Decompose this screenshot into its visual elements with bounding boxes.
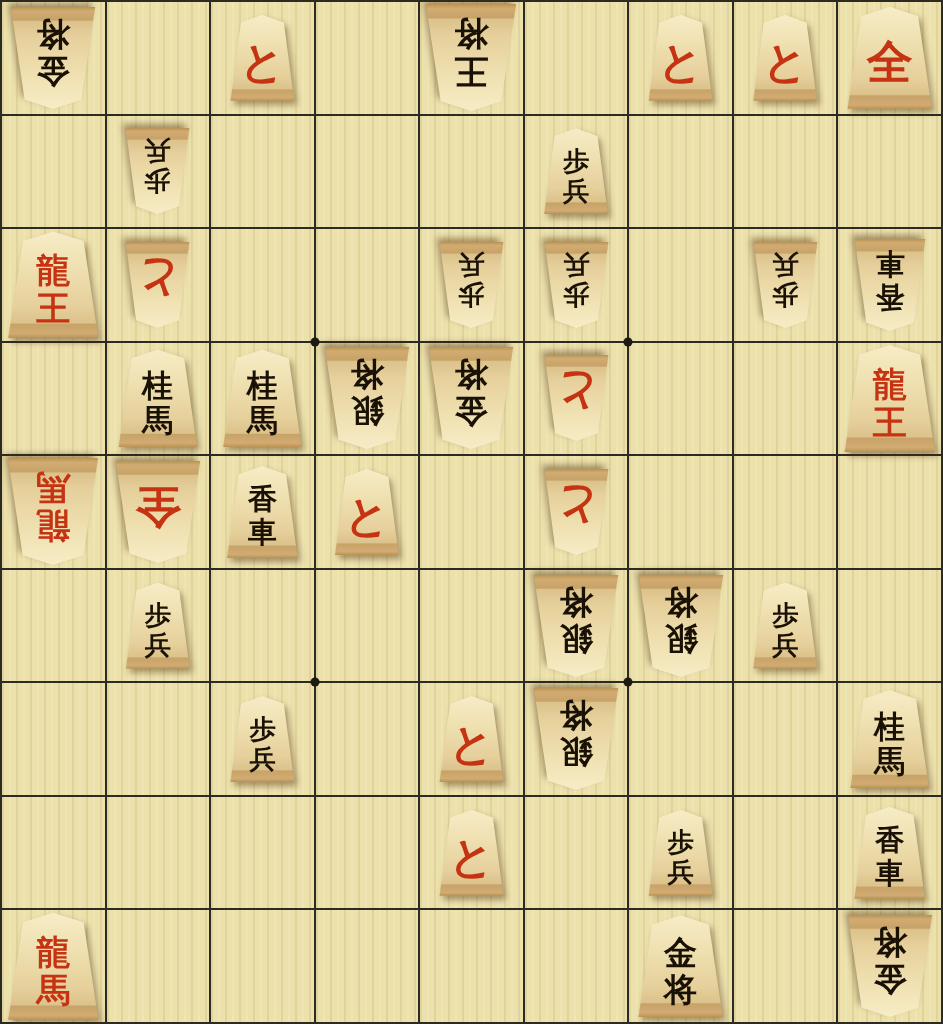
piece-kanji: 馬 (36, 469, 70, 507)
board-square[interactable] (734, 343, 837, 455)
piece-kanji: 馬 (36, 971, 70, 1009)
piece-kanji: 兵 (772, 250, 798, 280)
piece-face: 龍王 (7, 231, 99, 338)
piece-face: 全 (115, 461, 201, 563)
piece-face: 歩兵 (230, 696, 295, 782)
star-point (310, 678, 319, 687)
piece-face: と (125, 242, 190, 328)
piece-kanji: 金 (37, 53, 70, 90)
piece-kanji: 歩 (772, 280, 798, 310)
star-point (623, 678, 632, 687)
piece-face: 歩兵 (439, 242, 504, 328)
board-square[interactable] (316, 570, 419, 682)
piece-kanji: 龍 (36, 251, 70, 289)
piece-kanji: 将 (454, 15, 488, 53)
piece-face: 龍馬 (7, 458, 99, 565)
shogi-app: 金将と王将とと全歩兵歩兵龍王と歩兵歩兵歩兵香車桂馬桂馬銀将金将と龍王龍馬全香車と… (0, 0, 943, 1024)
piece-kanji: 車 (875, 857, 904, 890)
board-square[interactable] (316, 116, 419, 228)
piece-kanji: 金 (455, 394, 488, 431)
piece-kanji: 兵 (563, 176, 589, 206)
piece-face: と (544, 469, 609, 555)
piece-gote-silver[interactable]: 銀将 (324, 347, 410, 449)
piece-kanji: と (554, 370, 599, 418)
board-square[interactable]: 銀将 (525, 570, 628, 682)
piece-face: と (439, 696, 504, 782)
piece-face: 銀将 (533, 688, 619, 790)
piece-face: 金将 (428, 347, 514, 449)
piece-kanji: 兵 (668, 857, 694, 887)
piece-kanji: 兵 (249, 744, 275, 774)
piece-sente-dragon-horse[interactable]: 龍馬 (7, 913, 99, 1020)
piece-kanji: 金 (873, 962, 906, 999)
piece-kanji: 兵 (145, 630, 171, 660)
piece-sente-tokin[interactable]: と (230, 15, 295, 101)
board-square[interactable]: 桂馬 (211, 343, 314, 455)
piece-kanji: 龍 (873, 365, 907, 403)
piece-kanji: 龍 (36, 933, 70, 971)
piece-face: 金将 (638, 915, 724, 1017)
piece-face: 金将 (847, 915, 933, 1017)
board-square[interactable] (629, 343, 732, 455)
board-square[interactable]: 龍王 (2, 229, 105, 341)
piece-sente-pawn[interactable]: 歩兵 (230, 696, 295, 782)
piece-gote-tokin[interactable]: と (544, 469, 609, 555)
piece-kanji: 将 (873, 925, 906, 962)
board-square[interactable] (211, 797, 314, 909)
piece-kanji: 桂 (874, 709, 905, 744)
piece-gote-pawn[interactable]: 歩兵 (544, 242, 609, 328)
piece-kanji: 歩 (249, 714, 275, 744)
board-square[interactable] (107, 683, 210, 795)
board-square[interactable] (211, 570, 314, 682)
piece-sente-tokin[interactable]: と (334, 469, 399, 555)
piece-gote-gold[interactable]: 金将 (847, 915, 933, 1017)
piece-kanji: 桂 (247, 368, 278, 403)
board-square[interactable]: 歩兵 (734, 229, 837, 341)
piece-kanji: 王 (873, 403, 907, 441)
piece-face: と (334, 469, 399, 555)
piece-kanji: と (449, 720, 494, 768)
star-point (623, 338, 632, 347)
piece-kanji: 歩 (772, 600, 798, 630)
board-square[interactable] (107, 2, 210, 114)
piece-face: 銀将 (533, 575, 619, 677)
piece-sente-dragon-king[interactable]: 龍王 (844, 345, 936, 452)
board-square[interactable]: と (107, 229, 210, 341)
board-square[interactable] (629, 456, 732, 568)
piece-kanji: 銀 (664, 621, 697, 658)
board-square[interactable] (316, 910, 419, 1022)
board-square[interactable]: 桂馬 (838, 683, 941, 795)
piece-kanji: 全 (135, 482, 181, 532)
board-square[interactable]: と (525, 456, 628, 568)
piece-gote-gold[interactable]: 金将 (10, 7, 96, 109)
board-square[interactable] (2, 343, 105, 455)
piece-sente-lance[interactable]: 香車 (854, 807, 926, 899)
piece-kanji: 将 (455, 357, 488, 394)
board-square[interactable]: 金将 (2, 2, 105, 114)
piece-face: 香車 (226, 466, 298, 558)
piece-face: 歩兵 (753, 583, 818, 669)
board-square[interactable]: 香車 (211, 456, 314, 568)
piece-kanji: 歩 (668, 827, 694, 857)
board-square[interactable]: 歩兵 (629, 797, 732, 909)
piece-kanji: 車 (875, 247, 904, 280)
piece-kanji: 金 (664, 934, 697, 971)
board-square[interactable]: 全 (107, 456, 210, 568)
piece-kanji: 桂 (142, 368, 173, 403)
board-square[interactable]: 桂馬 (107, 343, 210, 455)
board-square[interactable]: 歩兵 (525, 116, 628, 228)
piece-sente-knight[interactable]: 桂馬 (850, 690, 930, 788)
board-square[interactable]: 金将 (420, 343, 523, 455)
board-square[interactable]: 歩兵 (734, 570, 837, 682)
piece-face: 銀将 (638, 575, 724, 677)
board-square[interactable] (2, 683, 105, 795)
piece-face: 銀将 (324, 347, 410, 449)
board-square[interactable] (2, 116, 105, 228)
board-square[interactable] (316, 229, 419, 341)
piece-face: 金将 (10, 7, 96, 109)
piece-gote-king[interactable]: 王将 (425, 4, 517, 111)
board-square[interactable] (2, 797, 105, 909)
piece-kanji: 兵 (772, 630, 798, 660)
piece-kanji: 馬 (142, 403, 173, 438)
piece-kanji: 兵 (145, 137, 171, 167)
board-square[interactable] (734, 683, 837, 795)
piece-kanji: 王 (454, 53, 488, 91)
board-square[interactable]: 歩兵 (420, 229, 523, 341)
piece-sente-pawn[interactable]: 歩兵 (544, 128, 609, 214)
piece-gote-pawn[interactable]: 歩兵 (125, 128, 190, 214)
board-square[interactable]: 銀将 (525, 683, 628, 795)
piece-sente-gold[interactable]: 金将 (638, 915, 724, 1017)
piece-kanji: 将 (664, 971, 697, 1008)
piece-kanji: 将 (37, 16, 70, 53)
board-square[interactable] (2, 570, 105, 682)
board-square[interactable] (629, 229, 732, 341)
board-square[interactable] (211, 910, 314, 1022)
piece-sente-knight[interactable]: 桂馬 (118, 349, 198, 447)
piece-sente-tokin[interactable]: と (753, 15, 818, 101)
board-square[interactable]: 歩兵 (211, 683, 314, 795)
board-square[interactable] (629, 683, 732, 795)
piece-face: 香車 (854, 239, 926, 331)
piece-face: 龍馬 (7, 913, 99, 1020)
piece-kanji: 香 (875, 824, 904, 857)
board-square[interactable] (734, 116, 837, 228)
piece-face: 歩兵 (544, 128, 609, 214)
piece-face: と (544, 355, 609, 441)
piece-face: 桂馬 (118, 349, 198, 447)
piece-gote-tokin[interactable]: と (125, 242, 190, 328)
board-square[interactable]: 龍馬 (2, 910, 105, 1022)
board-square[interactable] (838, 456, 941, 568)
piece-kanji: 歩 (563, 146, 589, 176)
board-square[interactable]: 銀将 (316, 343, 419, 455)
board-square[interactable]: 龍馬 (2, 456, 105, 568)
board-square[interactable] (420, 116, 523, 228)
board-square[interactable] (420, 456, 523, 568)
board-square[interactable] (211, 229, 314, 341)
piece-kanji: 香 (248, 483, 277, 516)
piece-face: 歩兵 (125, 128, 190, 214)
board-square[interactable] (107, 797, 210, 909)
board-square[interactable]: 歩兵 (107, 570, 210, 682)
piece-gote-tokin[interactable]: と (544, 355, 609, 441)
piece-sente-tokin[interactable]: と (439, 696, 504, 782)
board-square[interactable]: と (734, 2, 837, 114)
board-square[interactable] (525, 910, 628, 1022)
piece-face: と (753, 15, 818, 101)
board-square[interactable] (107, 910, 210, 1022)
piece-kanji: 歩 (563, 280, 589, 310)
piece-kanji: と (240, 38, 285, 86)
board-square[interactable]: と (420, 683, 523, 795)
piece-face: 香車 (854, 807, 926, 899)
piece-sente-pawn[interactable]: 歩兵 (648, 810, 713, 896)
piece-kanji: 馬 (247, 403, 278, 438)
piece-kanji: 王 (36, 289, 70, 327)
piece-gote-gold[interactable]: 金将 (428, 347, 514, 449)
piece-kanji: と (135, 256, 180, 304)
board-square[interactable] (420, 570, 523, 682)
piece-face: 龍王 (844, 345, 936, 452)
piece-face: 歩兵 (544, 242, 609, 328)
board-square[interactable] (525, 2, 628, 114)
board-square[interactable]: と (629, 2, 732, 114)
board-square[interactable]: と (525, 343, 628, 455)
piece-kanji: 銀 (560, 621, 593, 658)
board-square[interactable]: 龍王 (838, 343, 941, 455)
piece-kanji: 将 (560, 584, 593, 621)
piece-kanji: と (449, 833, 494, 881)
piece-sente-lance[interactable]: 香車 (226, 466, 298, 558)
board-square[interactable]: 歩兵 (107, 116, 210, 228)
piece-face: 全 (847, 7, 933, 109)
board-square[interactable] (838, 570, 941, 682)
piece-face: 歩兵 (648, 810, 713, 896)
board-square[interactable]: と (211, 2, 314, 114)
board-square[interactable] (629, 116, 732, 228)
piece-kanji: と (554, 483, 599, 531)
piece-kanji: 銀 (350, 394, 383, 431)
board-square[interactable]: 銀将 (629, 570, 732, 682)
piece-kanji: 銀 (560, 735, 593, 772)
piece-sente-promoted-silver[interactable]: 全 (847, 7, 933, 109)
board-square[interactable]: 金将 (629, 910, 732, 1022)
piece-gote-pawn[interactable]: 歩兵 (439, 242, 504, 328)
piece-kanji: 龍 (36, 507, 70, 545)
piece-sente-tokin[interactable]: と (648, 15, 713, 101)
piece-face: と (439, 810, 504, 896)
shogi-board: 金将と王将とと全歩兵歩兵龍王と歩兵歩兵歩兵香車桂馬桂馬銀将金将と龍王龍馬全香車と… (0, 0, 943, 1024)
board-square[interactable] (525, 797, 628, 909)
board-square[interactable] (211, 116, 314, 228)
piece-kanji: 将 (664, 584, 697, 621)
piece-gote-lance[interactable]: 香車 (854, 239, 926, 331)
board-square[interactable]: 香車 (838, 797, 941, 909)
piece-kanji: 歩 (145, 600, 171, 630)
piece-kanji: 兵 (458, 250, 484, 280)
piece-sente-dragon-king[interactable]: 龍王 (7, 231, 99, 338)
piece-kanji: 歩 (458, 280, 484, 310)
piece-face: 王将 (425, 4, 517, 111)
board-square[interactable]: と (316, 456, 419, 568)
board-square[interactable]: 金将 (838, 910, 941, 1022)
piece-gote-dragon-horse[interactable]: 龍馬 (7, 458, 99, 565)
piece-kanji: と (658, 38, 703, 86)
piece-kanji: 将 (560, 698, 593, 735)
piece-kanji: 歩 (145, 167, 171, 197)
piece-kanji: と (344, 492, 389, 540)
piece-face: と (648, 15, 713, 101)
board-square[interactable] (316, 797, 419, 909)
board-square[interactable] (316, 2, 419, 114)
board-square[interactable]: 歩兵 (525, 229, 628, 341)
piece-gote-promoted-silver[interactable]: 全 (115, 461, 201, 563)
piece-kanji: 車 (248, 516, 277, 549)
piece-gote-silver[interactable]: 銀将 (533, 575, 619, 677)
piece-gote-silver[interactable]: 銀将 (638, 575, 724, 677)
star-point (310, 338, 319, 347)
piece-face: 桂馬 (850, 690, 930, 788)
piece-face: 歩兵 (753, 242, 818, 328)
board-square[interactable]: 香車 (838, 229, 941, 341)
piece-gote-silver[interactable]: 銀将 (533, 688, 619, 790)
piece-kanji: と (763, 38, 808, 86)
board-square[interactable] (316, 683, 419, 795)
board-square[interactable] (420, 910, 523, 1022)
piece-kanji: 馬 (874, 744, 905, 779)
board-square[interactable] (838, 116, 941, 228)
board-square[interactable] (734, 910, 837, 1022)
piece-sente-pawn[interactable]: 歩兵 (753, 583, 818, 669)
piece-face: 歩兵 (125, 583, 190, 669)
board-square[interactable]: 王将 (420, 2, 523, 114)
piece-gote-pawn[interactable]: 歩兵 (753, 242, 818, 328)
piece-face: 桂馬 (222, 349, 302, 447)
board-square[interactable] (734, 797, 837, 909)
board-square[interactable] (734, 456, 837, 568)
piece-face: と (230, 15, 295, 101)
piece-kanji: 全 (867, 37, 913, 87)
piece-kanji: 兵 (563, 250, 589, 280)
piece-sente-pawn[interactable]: 歩兵 (125, 583, 190, 669)
piece-kanji: 将 (350, 357, 383, 394)
board-square[interactable]: 全 (838, 2, 941, 114)
board-square[interactable]: と (420, 797, 523, 909)
piece-sente-knight[interactable]: 桂馬 (222, 349, 302, 447)
piece-sente-tokin[interactable]: と (439, 810, 504, 896)
piece-kanji: 香 (875, 280, 904, 313)
